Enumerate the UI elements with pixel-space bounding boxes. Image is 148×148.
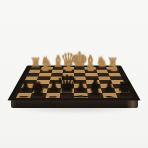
board-square-r3c7 bbox=[109, 76, 123, 80]
board-square-r3c3 bbox=[62, 76, 74, 80]
chess-piece-gold-rook: ♜ bbox=[106, 56, 118, 69]
board-square-r7c7: ♜ bbox=[116, 93, 132, 98]
chess-piece-gold-bishop: ♝ bbox=[50, 54, 64, 70]
chess-piece-gold-knight: ♞ bbox=[40, 55, 53, 69]
product-photo[interactable]: ♜♞♝♛♚♝♞♜♟♟♟♟♟♟♟♟♟♟♟♟♟♟♟♟♜♞♝♛♚♝♞♜ bbox=[0, 0, 148, 148]
board-square-r7c3: ♛ bbox=[59, 93, 74, 98]
chess-piece-gold-rook: ♜ bbox=[30, 56, 42, 69]
board-square-r7c1: ♞ bbox=[30, 93, 46, 98]
board-square-r3c5 bbox=[86, 76, 99, 80]
board-square-r7c5: ♝ bbox=[88, 93, 103, 98]
board-square-r3c4 bbox=[74, 76, 86, 80]
chess-board: ♜♞♝♛♚♝♞♜♟♟♟♟♟♟♟♟♟♟♟♟♟♟♟♟♜♞♝♛♚♝♞♜ bbox=[7, 66, 140, 101]
board-square-r7c4: ♚ bbox=[74, 93, 89, 98]
board-square-r7c0: ♜ bbox=[16, 93, 32, 98]
chess-piece-gold-bishop: ♝ bbox=[83, 54, 97, 70]
chess-piece-black-rook: ♜ bbox=[15, 96, 32, 98]
board-square-r7c2: ♝ bbox=[45, 93, 60, 98]
board-square-r3c2 bbox=[50, 76, 63, 80]
board-square-r3c1 bbox=[37, 76, 50, 80]
board-grid: ♜♞♝♛♚♝♞♜♟♟♟♟♟♟♟♟♟♟♟♟♟♟♟♟♜♞♝♛♚♝♞♜ bbox=[16, 67, 132, 98]
chess-scene: ♜♞♝♛♚♝♞♜♟♟♟♟♟♟♟♟♟♟♟♟♟♟♟♟♜♞♝♛♚♝♞♜ bbox=[0, 0, 148, 148]
